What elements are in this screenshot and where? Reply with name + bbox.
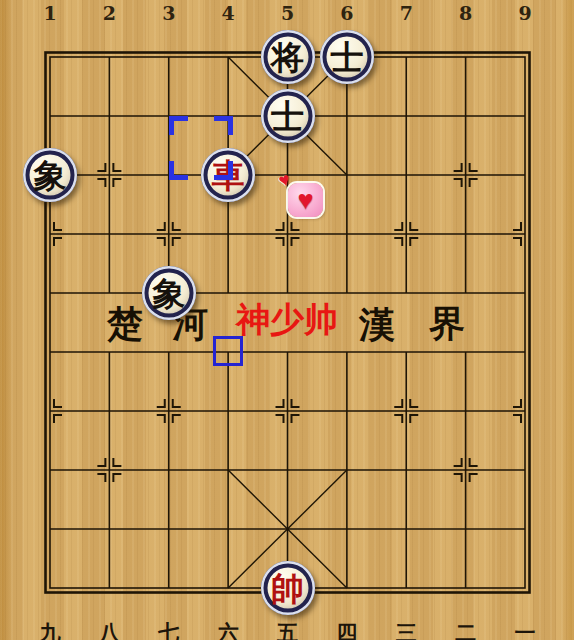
piece-black-advisor[interactable]: 士	[320, 30, 374, 84]
river-text-han: 漢	[359, 301, 395, 350]
file-label-top: 7	[400, 2, 413, 24]
file-label-bottom: 二	[455, 619, 476, 640]
piece-black-elephant[interactable]: 象	[142, 266, 196, 320]
file-label-top: 5	[281, 2, 294, 24]
piece-red-general[interactable]: 帥	[261, 561, 315, 615]
river-text-jie: 界	[429, 300, 465, 349]
move-origin-marker	[213, 336, 243, 366]
river-text-chu: 楚	[107, 300, 143, 349]
file-label-bottom: 四	[336, 619, 357, 640]
file-label-bottom: 六	[218, 619, 239, 640]
piece-glyph: 帥	[271, 572, 304, 605]
file-label-bottom: 五	[277, 619, 298, 640]
file-label-top: 4	[222, 2, 235, 24]
file-label-bottom: 一	[515, 619, 536, 640]
piece-black-elephant[interactable]: 象	[23, 148, 77, 202]
piece-glyph: 士	[271, 100, 304, 133]
file-label-top: 2	[103, 2, 116, 24]
piece-black-advisor[interactable]: 士	[261, 89, 315, 143]
piece-glyph: 将	[271, 41, 304, 74]
file-label-bottom: 三	[396, 619, 417, 640]
piece-glyph: 車	[212, 159, 245, 192]
file-label-top: 9	[518, 2, 531, 24]
file-label-top: 3	[162, 2, 175, 24]
river-red-banner-text: 神少帅	[236, 297, 338, 343]
piece-red-chariot[interactable]: 車	[201, 148, 255, 202]
file-label-top: 8	[459, 2, 472, 24]
piece-glyph: 象	[152, 277, 185, 310]
piece-glyph: 士	[330, 41, 363, 74]
xiangqi-game-screen: 123456789 楚 河 神少帅 漢 界 将士士象車象帥 ♥ ♥ 九八七六五四…	[0, 0, 574, 640]
piece-glyph: 象	[34, 159, 67, 192]
file-label-bottom: 九	[40, 619, 61, 640]
file-label-bottom: 七	[158, 619, 179, 640]
heart-icon: ♥	[297, 187, 313, 214]
file-label-top: 6	[340, 2, 353, 24]
piece-black-general[interactable]: 将	[261, 30, 315, 84]
file-label-top: 1	[43, 2, 56, 24]
file-label-bottom: 八	[99, 619, 120, 640]
heart-emote-sticker: ♥	[288, 183, 323, 217]
